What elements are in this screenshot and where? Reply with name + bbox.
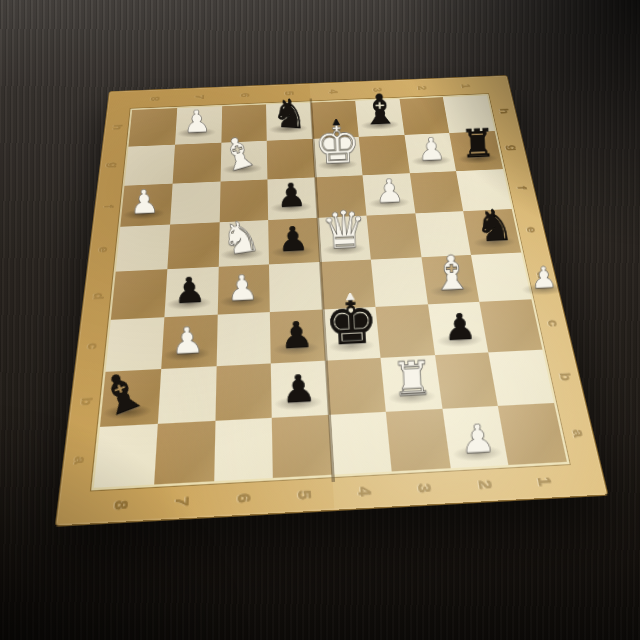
square-e4 [317,216,370,262]
square-a1 [498,403,567,465]
square-b3 [380,355,442,413]
square-d7 [164,267,218,317]
square-b6 [215,363,272,421]
square-a4 [329,412,391,475]
square-e6 [218,220,269,267]
square-g3 [359,135,410,175]
square-h7 [175,106,222,144]
square-f3 [362,173,415,216]
square-e3 [366,214,421,260]
square-c8 [106,317,165,371]
square-g7 [172,143,221,184]
square-d1 [471,253,531,302]
square-f2 [409,171,463,214]
square-c3 [375,304,434,357]
square-f6 [219,179,268,222]
square-a2 [442,406,509,468]
square-h4 [311,101,359,139]
square-g1 [449,131,502,171]
square-d5 [269,262,323,312]
board-frame: 87654321 87654321 hgfedcba hgfedcba ♚▲♛♜… [55,75,609,527]
square-a7 [154,421,215,484]
square-b1 [488,349,554,406]
square-b7 [158,366,217,424]
square-c6 [216,312,271,366]
square-a6 [214,418,274,481]
square-f8 [120,183,172,227]
square-e1 [463,209,521,255]
square-f4 [315,175,366,218]
square-a3 [386,409,451,471]
square-d4 [320,260,375,310]
square-d8 [111,269,167,319]
square-e2 [415,211,471,257]
square-b4 [326,357,386,415]
square-f7 [170,181,220,225]
square-e5 [268,218,320,264]
square-f5 [268,177,318,220]
square-h3 [355,99,404,137]
square-a8 [94,424,158,488]
square-c7 [161,314,217,368]
square-b2 [434,352,498,409]
square-a5 [272,415,332,478]
square-c2 [427,302,488,355]
square-b5 [271,360,329,418]
square-d6 [217,264,270,314]
square-h5 [266,103,313,141]
square-e7 [167,222,219,269]
photo-scene: 87654321 87654321 hgfedcba hgfedcba ♚▲♛♜… [0,0,640,640]
square-c1 [480,299,543,352]
square-g5 [267,139,315,179]
piece-glyph-pawn: ♟ [530,263,558,294]
square-f1 [456,169,512,212]
chess-board: 87654321 87654321 hgfedcba hgfedcba ♚▲♛♜… [55,75,609,527]
square-c4 [323,307,380,360]
square-e8 [116,225,170,272]
square-g2 [404,133,456,173]
square-g6 [220,141,268,182]
square-c5 [270,309,326,363]
square-d3 [371,257,428,306]
square-d2 [421,255,480,304]
square-h6 [221,104,267,142]
board-grid [91,94,570,490]
square-g4 [313,137,362,177]
square-h2 [399,97,449,135]
square-b8 [100,368,161,427]
square-h8 [128,108,177,146]
square-g8 [125,144,175,185]
square-h1 [443,95,495,132]
